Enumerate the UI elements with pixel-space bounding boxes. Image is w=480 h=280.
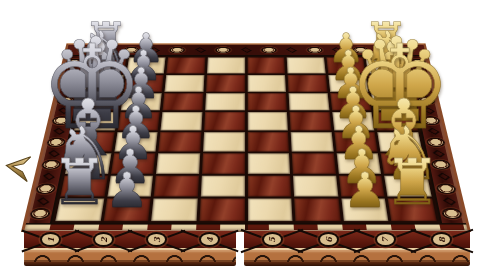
front-coordinate-number: 7 — [380, 237, 390, 243]
square[interactable] — [156, 153, 200, 173]
front-face-right: 5678 — [244, 230, 470, 266]
square[interactable] — [159, 132, 202, 151]
medallion-ornament — [37, 185, 54, 193]
square[interactable] — [202, 153, 245, 173]
square[interactable] — [381, 153, 427, 173]
front-coordinate-number: 5 — [267, 237, 277, 243]
square[interactable] — [207, 57, 245, 73]
medallion-ornament — [411, 60, 425, 66]
diamond-ornament — [414, 69, 425, 75]
square[interactable] — [288, 75, 328, 92]
square[interactable] — [371, 93, 413, 111]
square[interactable] — [199, 199, 244, 222]
square[interactable] — [74, 112, 118, 130]
square[interactable] — [374, 112, 418, 130]
square[interactable] — [151, 199, 197, 222]
medallion-ornament — [31, 210, 49, 219]
front-number-band-left: 1234 — [24, 230, 236, 248]
square[interactable] — [330, 93, 372, 111]
front-coordinate-number: 6 — [324, 237, 334, 243]
front-coordinate-number: 4 — [204, 237, 214, 243]
square[interactable] — [293, 175, 338, 196]
front-number-cell: 8 — [414, 231, 471, 248]
diamond-ornament — [67, 69, 78, 75]
square[interactable] — [201, 175, 245, 196]
medallion-ornament — [43, 161, 60, 169]
square[interactable] — [205, 93, 245, 111]
medallion-ornament — [48, 139, 64, 146]
square[interactable] — [378, 132, 423, 151]
square[interactable] — [247, 93, 287, 111]
square[interactable] — [292, 153, 336, 173]
number-medallion: 2 — [95, 234, 112, 245]
diamond-ornament — [149, 47, 160, 53]
square[interactable] — [154, 175, 199, 196]
medallion-ornament — [419, 97, 434, 104]
square[interactable] — [339, 175, 385, 196]
square[interactable] — [60, 175, 107, 196]
number-medallion: 4 — [201, 234, 218, 245]
front-coordinate-number: 1 — [45, 237, 55, 243]
square[interactable] — [326, 57, 366, 73]
diamond-ornament — [427, 128, 439, 135]
front-number-band-right: 5678 — [244, 230, 470, 248]
square[interactable] — [247, 175, 291, 196]
front-coordinate-number: 8 — [437, 237, 447, 243]
medallion-ornament — [308, 47, 321, 52]
diamond-ornament — [103, 47, 113, 53]
front-number-cell: 2 — [77, 231, 130, 248]
chess-set-photo: 1234 5678 ♜♟♟♜♞♟♟♞♝♟♟♝♛♟♟♛♚♟♟♚♝♟♟♝♞♟♟♞♜♟… — [0, 0, 480, 280]
medallion-ornament — [423, 117, 439, 124]
square[interactable] — [163, 93, 204, 111]
diamond-ornament — [62, 87, 73, 93]
square[interactable] — [167, 57, 206, 73]
square[interactable] — [247, 132, 289, 151]
medallion-ornament — [438, 185, 455, 193]
front-number-cell: 5 — [244, 231, 301, 248]
medallion-ornament — [58, 97, 73, 104]
diamond-ornament — [53, 128, 65, 135]
number-medallion: 7 — [377, 234, 394, 245]
front-face-left: 1234 — [24, 230, 236, 266]
medallion-ornament — [125, 47, 138, 52]
number-medallion: 8 — [433, 234, 450, 245]
diamond-ornament — [286, 47, 297, 53]
square[interactable] — [165, 75, 205, 92]
board-top — [21, 43, 471, 232]
diamond-ornament — [423, 107, 435, 114]
square[interactable] — [247, 75, 286, 92]
medallion-ornament — [63, 78, 78, 84]
front-number-cell: 4 — [183, 231, 236, 248]
square[interactable] — [294, 199, 340, 222]
number-medallion: 1 — [42, 234, 59, 245]
square[interactable] — [334, 132, 378, 151]
front-number-cell: 6 — [301, 231, 358, 248]
square[interactable] — [78, 93, 120, 111]
square[interactable] — [369, 75, 410, 92]
medallion-ornament — [67, 60, 81, 66]
medallion-ornament — [171, 47, 184, 52]
medallion-ornament — [443, 210, 461, 219]
front-number-cell: 3 — [130, 231, 183, 248]
number-medallion: 6 — [320, 234, 337, 245]
diamond-ornament — [42, 173, 54, 181]
square[interactable] — [103, 199, 150, 222]
square[interactable] — [120, 93, 162, 111]
number-medallion: 3 — [148, 234, 165, 245]
square[interactable] — [247, 199, 292, 222]
square[interactable] — [341, 199, 388, 222]
square[interactable] — [384, 175, 431, 196]
diamond-ornament — [58, 107, 69, 114]
square[interactable] — [366, 57, 406, 73]
square[interactable] — [290, 112, 332, 130]
box-base-edge — [24, 262, 236, 266]
diamond-ornament — [378, 47, 389, 53]
diamond-ornament — [442, 197, 455, 205]
diamond-ornament — [437, 173, 450, 181]
square[interactable] — [107, 175, 153, 196]
medallion-ornament — [217, 47, 229, 52]
square[interactable] — [204, 112, 245, 130]
square[interactable] — [117, 112, 160, 130]
square[interactable] — [161, 112, 203, 130]
square[interactable] — [287, 57, 326, 73]
front-number-cell: 1 — [24, 231, 77, 248]
front-number-cell: 7 — [357, 231, 414, 248]
front-coordinate-number: 2 — [98, 237, 108, 243]
square[interactable] — [332, 112, 375, 130]
front-coordinate-number: 3 — [151, 237, 161, 243]
medallion-ornament — [263, 47, 275, 52]
square[interactable] — [114, 132, 158, 151]
square[interactable] — [70, 132, 115, 151]
medallion-ornament — [53, 117, 69, 124]
medallion-ornament — [354, 47, 367, 52]
square[interactable] — [111, 153, 156, 173]
square[interactable] — [126, 57, 166, 73]
square[interactable] — [206, 75, 245, 92]
diamond-ornament — [432, 150, 444, 158]
square[interactable] — [55, 199, 104, 222]
fold-seam — [245, 45, 248, 232]
medallion-ornament — [79, 47, 92, 52]
square[interactable] — [247, 112, 288, 130]
square[interactable] — [336, 153, 381, 173]
square[interactable] — [82, 75, 123, 92]
diamond-ornament — [48, 150, 60, 158]
square[interactable] — [328, 75, 369, 92]
square[interactable] — [289, 93, 330, 111]
clasp-icon — [1, 150, 33, 186]
diamond-ornament — [37, 197, 49, 205]
square[interactable] — [65, 153, 111, 173]
square[interactable] — [247, 153, 290, 173]
square[interactable] — [388, 199, 437, 222]
diamond-ornament — [195, 47, 206, 53]
diamond-ornament — [418, 87, 429, 93]
medallion-ornament — [400, 47, 413, 52]
square[interactable] — [247, 57, 285, 73]
medallion-ornament — [415, 78, 430, 84]
medallion-ornament — [433, 161, 450, 169]
square[interactable] — [86, 57, 126, 73]
chess-set-scene: 1234 5678 ♜♟♟♜♞♟♟♞♝♟♟♝♛♟♟♛♚♟♟♚♝♟♟♝♞♟♟♞♜♟… — [0, 0, 480, 280]
square[interactable] — [291, 132, 334, 151]
square[interactable] — [203, 132, 245, 151]
number-medallion: 5 — [264, 234, 281, 245]
square[interactable] — [123, 75, 164, 92]
box-base-edge — [244, 262, 470, 266]
medallion-ornament — [428, 139, 444, 146]
diamond-ornament — [332, 47, 343, 53]
